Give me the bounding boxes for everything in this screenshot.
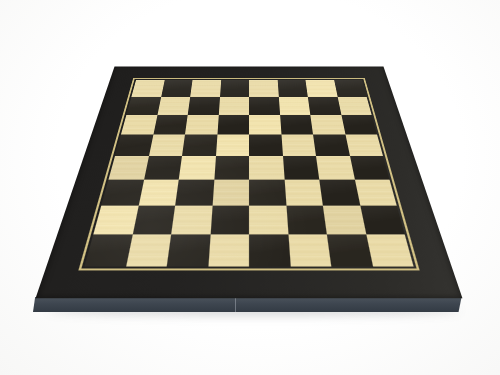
chess-board — [36, 66, 463, 298]
square-g7 — [308, 97, 341, 115]
square-a1 — [84, 234, 132, 266]
square-e2 — [249, 206, 288, 235]
square-b2 — [132, 206, 175, 235]
product-photo-scene — [0, 0, 500, 375]
square-c6 — [185, 115, 218, 135]
square-f7 — [278, 97, 310, 115]
board-frame — [36, 66, 463, 298]
square-e4 — [249, 156, 284, 180]
square-b8 — [161, 80, 193, 97]
square-d2 — [210, 206, 249, 235]
square-a6 — [121, 115, 157, 135]
square-a3 — [101, 180, 143, 206]
square-c4 — [179, 156, 216, 180]
square-a4 — [108, 156, 148, 180]
square-g8 — [305, 80, 337, 97]
square-h3 — [354, 180, 396, 206]
square-f6 — [280, 115, 313, 135]
inlay-border-line — [78, 78, 419, 270]
square-h8 — [334, 80, 367, 97]
square-b6 — [153, 115, 188, 135]
square-g5 — [313, 135, 349, 156]
square-d8 — [220, 80, 249, 97]
square-d3 — [212, 180, 249, 206]
square-e6 — [249, 115, 281, 135]
square-a7 — [126, 97, 160, 115]
square-h4 — [350, 156, 390, 180]
square-a5 — [115, 135, 153, 156]
square-g6 — [310, 115, 345, 135]
square-e3 — [249, 180, 286, 206]
square-f8 — [277, 80, 308, 97]
square-b3 — [138, 180, 179, 206]
square-b5 — [149, 135, 185, 156]
square-e7 — [249, 97, 280, 115]
square-h2 — [360, 206, 405, 235]
square-c2 — [171, 206, 212, 235]
board-squares — [84, 80, 413, 266]
square-c7 — [188, 97, 220, 115]
square-e1 — [249, 234, 290, 266]
square-c3 — [175, 180, 214, 206]
square-c8 — [190, 80, 221, 97]
square-d1 — [208, 234, 249, 266]
square-h5 — [345, 135, 383, 156]
square-d7 — [218, 97, 249, 115]
square-b4 — [144, 156, 182, 180]
square-d4 — [214, 156, 249, 180]
square-f1 — [288, 234, 331, 266]
square-b7 — [157, 97, 190, 115]
square-c5 — [182, 135, 217, 156]
square-c1 — [167, 234, 210, 266]
square-g4 — [316, 156, 354, 180]
square-d6 — [217, 115, 249, 135]
square-h1 — [366, 234, 414, 266]
square-b1 — [126, 234, 172, 266]
square-f3 — [284, 180, 323, 206]
square-f2 — [286, 206, 327, 235]
square-e8 — [249, 80, 278, 97]
square-e5 — [249, 135, 283, 156]
square-g3 — [319, 180, 360, 206]
square-a2 — [93, 206, 138, 235]
square-f5 — [281, 135, 316, 156]
square-g2 — [323, 206, 366, 235]
square-h7 — [337, 97, 371, 115]
square-g1 — [327, 234, 373, 266]
board-front-edge — [33, 297, 462, 312]
square-a8 — [131, 80, 164, 97]
square-d5 — [216, 135, 250, 156]
square-f4 — [283, 156, 320, 180]
square-h6 — [341, 115, 377, 135]
